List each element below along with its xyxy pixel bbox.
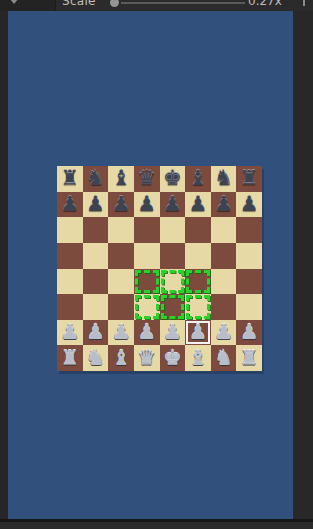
square-a1[interactable]: ♜ [57,345,83,371]
square-f4[interactable] [185,269,211,295]
square-f1[interactable]: ♝ [185,345,211,371]
piece-white-pawn: ♟ [240,322,259,343]
piece-white-rook: ♜ [240,348,259,369]
square-f6[interactable] [185,217,211,243]
square-g8[interactable]: ♞ [211,166,237,192]
chevron-down-icon[interactable] [9,0,19,4]
piece-white-knight: ♞ [214,348,233,369]
square-d6[interactable] [134,217,160,243]
piece-white-bishop: ♝ [112,348,131,369]
square-f7[interactable]: ♟ [185,192,211,218]
square-g1[interactable]: ♞ [211,345,237,371]
square-g3[interactable] [211,294,237,320]
square-g4[interactable] [211,269,237,295]
square-d1[interactable]: ♛ [134,345,160,371]
square-c8[interactable]: ♝ [108,166,134,192]
scale-label: Scale [62,0,96,8]
scale-slider-track[interactable] [121,2,245,4]
square-h6[interactable] [236,217,262,243]
piece-black-knight: ♞ [214,168,233,189]
piece-black-rook: ♜ [240,168,259,189]
square-d4[interactable] [134,269,160,295]
piece-black-pawn: ♟ [86,194,105,215]
square-e7[interactable]: ♟ [160,192,186,218]
square-h2[interactable]: ♟ [236,320,262,346]
square-h3[interactable] [236,294,262,320]
toolbar-separator-tick [303,0,305,6]
game-view-toolbar: Scale 0.27x [0,0,313,11]
piece-black-pawn: ♟ [60,194,79,215]
square-d8[interactable]: ♛ [134,166,160,192]
square-c2[interactable]: ♟ [108,320,134,346]
square-c1[interactable]: ♝ [108,345,134,371]
square-h8[interactable]: ♜ [236,166,262,192]
left-gutter [0,11,8,519]
piece-black-pawn: ♟ [240,194,259,215]
square-b1[interactable]: ♞ [83,345,109,371]
square-f2[interactable]: ♟ [185,320,211,346]
square-e1[interactable]: ♚ [160,345,186,371]
square-c4[interactable] [108,269,134,295]
square-d7[interactable]: ♟ [134,192,160,218]
square-b2[interactable]: ♟ [83,320,109,346]
square-b6[interactable] [83,217,109,243]
square-a4[interactable] [57,269,83,295]
bottom-bar [0,522,313,529]
chess-board: ♜♞♝♛♚♝♞♜♟♟♟♟♟♟♟♟♟♟♟♟♟♟♟♟♜♞♝♛♚♝♞♜ [57,166,262,371]
piece-white-knight: ♞ [86,348,105,369]
square-d3[interactable] [134,294,160,320]
square-d2[interactable]: ♟ [134,320,160,346]
square-e5[interactable] [160,243,186,269]
piece-white-pawn: ♟ [137,322,156,343]
square-e2[interactable]: ♟ [160,320,186,346]
square-h4[interactable] [236,269,262,295]
scale-slider-knob[interactable] [110,0,119,7]
piece-black-pawn: ♟ [137,194,156,215]
square-e4[interactable] [160,269,186,295]
piece-white-pawn: ♟ [214,322,233,343]
square-a2[interactable]: ♟ [57,320,83,346]
square-d5[interactable] [134,243,160,269]
square-g6[interactable] [211,217,237,243]
square-e3[interactable] [160,294,186,320]
square-e8[interactable]: ♚ [160,166,186,192]
square-h5[interactable] [236,243,262,269]
piece-white-bishop: ♝ [189,348,208,369]
square-c5[interactable] [108,243,134,269]
square-b7[interactable]: ♟ [83,192,109,218]
square-b4[interactable] [83,269,109,295]
piece-white-pawn: ♟ [189,322,208,343]
piece-black-bishop: ♝ [112,168,131,189]
unity-game-view: Scale 0.27x ♜♞♝♛♚♝♞♜♟♟♟♟♟♟♟♟♟♟♟♟♟♟♟♟♜♞♝♛… [0,0,313,529]
piece-white-king: ♚ [163,348,182,369]
piece-white-pawn: ♟ [163,322,182,343]
square-b3[interactable] [83,294,109,320]
piece-white-pawn: ♟ [60,322,79,343]
piece-black-bishop: ♝ [189,168,208,189]
square-f8[interactable]: ♝ [185,166,211,192]
square-g5[interactable] [211,243,237,269]
right-gutter [293,11,313,519]
square-a7[interactable]: ♟ [57,192,83,218]
square-b8[interactable]: ♞ [83,166,109,192]
square-h7[interactable]: ♟ [236,192,262,218]
square-a5[interactable] [57,243,83,269]
square-g7[interactable]: ♟ [211,192,237,218]
piece-white-queen: ♛ [137,348,156,369]
piece-black-pawn: ♟ [163,194,182,215]
piece-white-rook: ♜ [60,348,79,369]
square-c7[interactable]: ♟ [108,192,134,218]
piece-black-pawn: ♟ [112,194,131,215]
piece-black-rook: ♜ [60,168,79,189]
square-h1[interactable]: ♜ [236,345,262,371]
piece-white-pawn: ♟ [112,322,131,343]
square-g2[interactable]: ♟ [211,320,237,346]
piece-black-knight: ♞ [86,168,105,189]
piece-black-king: ♚ [163,168,182,189]
square-f3[interactable] [185,294,211,320]
square-a6[interactable] [57,217,83,243]
square-e6[interactable] [160,217,186,243]
piece-black-queen: ♛ [137,168,156,189]
piece-black-pawn: ♟ [189,194,208,215]
square-f5[interactable] [185,243,211,269]
square-c6[interactable] [108,217,134,243]
square-a8[interactable]: ♜ [57,166,83,192]
square-b5[interactable] [83,243,109,269]
square-a3[interactable] [57,294,83,320]
scale-value: 0.27x [248,0,282,8]
game-viewport: ♜♞♝♛♚♝♞♜♟♟♟♟♟♟♟♟♟♟♟♟♟♟♟♟♜♞♝♛♚♝♞♜ [8,11,293,519]
square-c3[interactable] [108,294,134,320]
piece-black-pawn: ♟ [214,194,233,215]
piece-white-pawn: ♟ [86,322,105,343]
